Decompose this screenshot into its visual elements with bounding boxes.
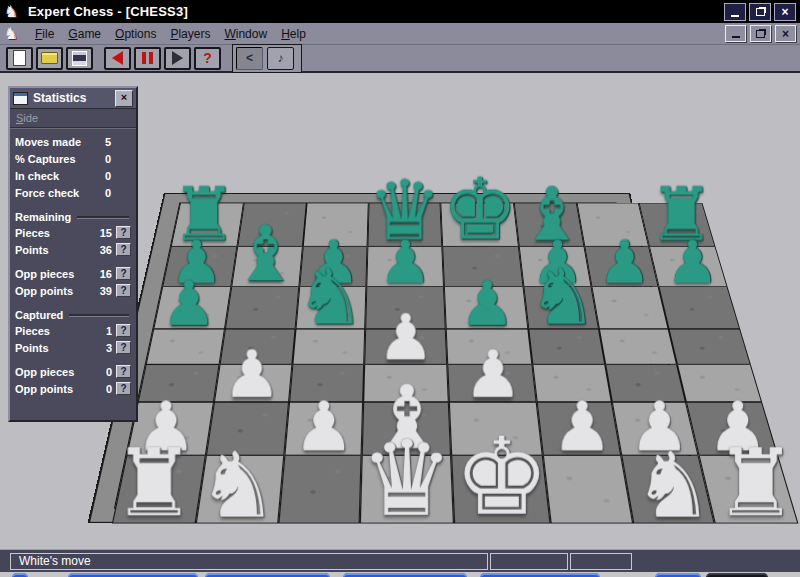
title-bar: ♞ Expert Chess - [CHESS3] × xyxy=(0,0,800,23)
help-button[interactable]: ? xyxy=(116,284,131,297)
stat-value: 0 xyxy=(106,366,112,378)
chess-board-rim: ♜♛♚♝♜♟♝♟♟♟♟♟♟♞♟♞♟♟♟♟♟♝♟♟♟♜♞♛♚♞♜ xyxy=(87,193,706,523)
menu-game[interactable]: Game xyxy=(61,25,108,43)
step-forward-button[interactable] xyxy=(164,47,191,70)
square-a6[interactable]: ♟ xyxy=(153,287,231,329)
piece-white-pawn-c2[interactable]: ♟ xyxy=(293,393,354,461)
minimize-button[interactable] xyxy=(724,3,746,21)
stat-row-points: Points3? xyxy=(15,339,131,356)
help-button[interactable]: ? xyxy=(116,324,131,337)
status-message-panel: White's move xyxy=(10,553,488,570)
taskbar-button-top[interactable] xyxy=(480,573,600,577)
square-c2[interactable]: ♟ xyxy=(285,402,364,455)
square-h7[interactable]: ♟ xyxy=(649,246,727,286)
square-f4[interactable] xyxy=(528,329,606,364)
piece-black-pawn-h7[interactable]: ♟ xyxy=(666,233,719,292)
piece-black-pawn-g7[interactable]: ♟ xyxy=(598,233,651,292)
piece-white-rook-a1[interactable]: ♜ xyxy=(112,437,195,530)
menu-bar: ♞ FileGameOptionsPlayersWindowHelp × xyxy=(0,23,800,45)
menu-window[interactable]: Window xyxy=(217,25,274,43)
question-mark-icon: ? xyxy=(203,51,212,65)
square-h4[interactable] xyxy=(669,329,751,364)
stat-label: In check xyxy=(15,170,59,182)
square-b1[interactable]: ♞ xyxy=(195,455,284,523)
stat-label: Opp pieces xyxy=(15,366,74,378)
status-panel-2 xyxy=(490,553,568,570)
stat-value: 16 xyxy=(100,268,112,280)
status-bar: White's move xyxy=(0,549,800,572)
status-panel-3 xyxy=(570,553,632,570)
stat-row-opp-points: Opp points0? xyxy=(15,380,131,397)
square-c4[interactable] xyxy=(293,329,366,364)
piece-white-pawn-f2[interactable]: ♟ xyxy=(551,393,612,461)
mdi-minimize-icon xyxy=(732,36,740,38)
restore-icon xyxy=(756,8,765,16)
chess-board-scene: ♜♛♚♝♜♟♝♟♟♟♟♟♟♞♟♞♟♟♟♟♟♝♟♟♟♜♞♛♚♞♜ xyxy=(87,193,706,523)
piece-white-queen-d1[interactable]: ♛ xyxy=(360,426,454,530)
square-g1[interactable]: ♞ xyxy=(622,455,715,523)
window-title: Expert Chess - [CHESS3] xyxy=(28,4,188,19)
taskbar-button-top[interactable] xyxy=(706,573,768,577)
stat-row-opp-pieces: Opp pieces0? xyxy=(15,363,131,380)
stat-value: 0 xyxy=(105,170,111,182)
mdi-child-knight-icon: ♞ xyxy=(4,25,22,43)
stat-value: 1 xyxy=(106,325,112,337)
piece-black-knight-c6[interactable]: ♞ xyxy=(296,258,365,335)
piece-white-king-e1[interactable]: ♚ xyxy=(454,424,550,531)
stat-row-opp-pieces: Opp pieces16? xyxy=(15,265,131,282)
statistics-title: Statistics xyxy=(33,91,86,105)
new-document-icon xyxy=(13,50,26,66)
piece-white-knight-g1[interactable]: ♞ xyxy=(633,440,714,531)
piece-black-pawn-d7[interactable]: ♟ xyxy=(379,233,432,292)
piece-white-pawn-d4[interactable]: ♟ xyxy=(377,306,434,370)
square-d7[interactable]: ♟ xyxy=(367,246,444,286)
taskbar-button-top[interactable] xyxy=(68,573,198,577)
open-game-button[interactable] xyxy=(36,47,63,70)
help-button[interactable]: ? xyxy=(116,382,131,395)
piece-black-knight-f6[interactable]: ♞ xyxy=(529,258,598,335)
piece-white-pawn-b3[interactable]: ♟ xyxy=(222,342,281,408)
piece-white-knight-b1[interactable]: ♞ xyxy=(197,440,278,531)
mdi-restore-button[interactable] xyxy=(750,25,771,42)
hint-button[interactable]: ? xyxy=(194,47,221,70)
board-area: ♜♛♚♝♜♟♝♟♟♟♟♟♟♞♟♞♟♟♟♟♟♝♟♟♟♜♞♛♚♞♜ Statisti… xyxy=(0,73,800,549)
stat-label: Pieces xyxy=(15,227,50,239)
statistics-panel: Statistics × Side Moves made5% Captures0… xyxy=(8,86,138,422)
square-e8[interactable]: ♚ xyxy=(440,203,518,246)
piece-white-rook-h1[interactable]: ♜ xyxy=(714,437,797,530)
stat-label: Points xyxy=(15,342,49,354)
square-e6[interactable]: ♟ xyxy=(444,287,528,329)
piece-white-pawn-e3[interactable]: ♟ xyxy=(463,342,522,408)
stat-label: Moves made xyxy=(15,136,81,148)
square-a4[interactable] xyxy=(146,329,225,364)
square-c1[interactable] xyxy=(279,455,362,523)
app-knight-icon: ♞ xyxy=(4,3,22,21)
stat-label: Force check xyxy=(15,187,79,199)
mdi-restore-icon xyxy=(756,30,765,38)
statistics-side-menu[interactable]: Side xyxy=(10,109,136,128)
toolbar: ? < ♪ xyxy=(0,45,800,73)
open-folder-icon xyxy=(41,52,58,64)
square-g4[interactable] xyxy=(599,329,677,364)
back-arrow-icon xyxy=(112,51,123,65)
stat-label: Opp pieces xyxy=(15,268,74,280)
help-button[interactable]: ? xyxy=(116,341,131,354)
close-button[interactable]: × xyxy=(774,3,796,21)
piece-black-pawn-e6[interactable]: ♟ xyxy=(459,273,514,335)
restore-button[interactable] xyxy=(749,3,771,21)
mdi-close-icon: × xyxy=(782,28,789,40)
taskbar-strip xyxy=(0,572,800,577)
taskbar-button-top[interactable] xyxy=(205,573,330,577)
stat-row-moves-made: Moves made5 xyxy=(15,133,131,150)
play-arrow-icon xyxy=(172,51,183,65)
stat-value: 0 xyxy=(106,383,112,395)
save-game-button[interactable] xyxy=(66,47,93,70)
section-header-remaining: Remaining xyxy=(15,209,131,224)
help-button[interactable]: ? xyxy=(116,267,131,280)
square-c6[interactable]: ♞ xyxy=(296,287,367,329)
taskbar-button-top[interactable] xyxy=(343,573,467,577)
stat-value: 3 xyxy=(106,342,112,354)
square-b3[interactable]: ♟ xyxy=(214,364,293,402)
help-button[interactable]: ? xyxy=(116,226,131,239)
piece-black-bishop-b7[interactable]: ♝ xyxy=(231,216,300,293)
save-disk-icon xyxy=(72,51,87,66)
step-back-button[interactable] xyxy=(104,47,131,70)
square-b7[interactable]: ♝ xyxy=(231,246,303,286)
chess-board: ♜♛♚♝♜♟♝♟♟♟♟♟♟♞♟♞♟♟♟♟♟♝♟♟♟♜♞♛♚♞♜ xyxy=(114,202,683,508)
stat-row-points: Points36? xyxy=(15,241,131,258)
taskbar-button-top[interactable] xyxy=(655,573,701,577)
statistics-title-bar[interactable]: Statistics × xyxy=(10,88,136,109)
sound-toggle-button[interactable]: ♪ xyxy=(267,47,294,70)
pointer-toggle-button[interactable]: < xyxy=(236,47,263,70)
close-icon: × xyxy=(781,6,788,18)
mdi-minimize-button[interactable] xyxy=(725,25,746,42)
stat-label: Points xyxy=(15,244,49,256)
menu-players[interactable]: Players xyxy=(163,25,217,43)
music-note-icon: ♪ xyxy=(278,52,284,64)
stat-row-opp-points: Opp points39? xyxy=(15,282,131,299)
stat-label: Opp points xyxy=(15,383,73,395)
expert-chess-window: ♞ Expert Chess - [CHESS3] × ♞ FileGameOp… xyxy=(0,0,800,577)
mdi-close-button[interactable]: × xyxy=(775,25,796,42)
square-f1[interactable] xyxy=(542,455,633,523)
pause-button[interactable] xyxy=(134,47,161,70)
square-b6[interactable] xyxy=(225,287,300,329)
stat-label: Opp points xyxy=(15,285,73,297)
stat-row-pieces: Pieces1? xyxy=(15,322,131,339)
stat-value: 0 xyxy=(105,187,111,199)
square-h6[interactable] xyxy=(659,287,740,329)
stat-value: 36 xyxy=(100,244,112,256)
square-e3[interactable]: ♟ xyxy=(447,364,536,402)
toolbar-toggle-group: < ♪ xyxy=(232,44,302,73)
square-d1[interactable]: ♛ xyxy=(360,455,454,523)
stat-row-in-check: In check0 xyxy=(15,167,131,184)
menu-file[interactable]: File xyxy=(28,25,61,43)
square-d4[interactable]: ♟ xyxy=(365,329,448,364)
stat-row--captures: % Captures0 xyxy=(15,150,131,167)
square-g6[interactable] xyxy=(592,287,669,329)
square-f6[interactable]: ♞ xyxy=(523,287,599,329)
statistics-close-button[interactable]: × xyxy=(115,90,133,107)
help-button[interactable]: ? xyxy=(116,243,131,256)
stat-label: % Captures xyxy=(15,153,76,165)
pointer-icon: < xyxy=(246,52,253,64)
pause-icon xyxy=(142,52,153,64)
menu-help[interactable]: Help xyxy=(274,25,313,43)
stat-row-pieces: Pieces15? xyxy=(15,224,131,241)
square-a1[interactable]: ♜ xyxy=(112,455,206,523)
piece-black-pawn-a6[interactable]: ♟ xyxy=(161,273,216,335)
stat-value: 39 xyxy=(100,285,112,297)
stat-value: 5 xyxy=(105,136,111,148)
minimize-icon xyxy=(731,15,739,17)
statistics-window-icon xyxy=(13,92,28,105)
statistics-body: Moves made5% Captures0In check0Force che… xyxy=(10,128,136,397)
stat-label: Pieces xyxy=(15,325,50,337)
stat-row-force-check: Force check0 xyxy=(15,184,131,201)
square-e1[interactable]: ♚ xyxy=(451,455,550,523)
piece-black-king-e8[interactable]: ♚ xyxy=(442,168,518,253)
stat-value: 15 xyxy=(100,227,112,239)
help-button[interactable]: ? xyxy=(116,365,131,378)
status-text: White's move xyxy=(19,554,91,568)
menu-options[interactable]: Options xyxy=(108,25,163,43)
taskbar-start-top[interactable] xyxy=(12,573,28,577)
section-header-captured: Captured xyxy=(15,307,131,322)
stat-value: 0 xyxy=(105,153,111,165)
new-game-button[interactable] xyxy=(6,47,33,70)
